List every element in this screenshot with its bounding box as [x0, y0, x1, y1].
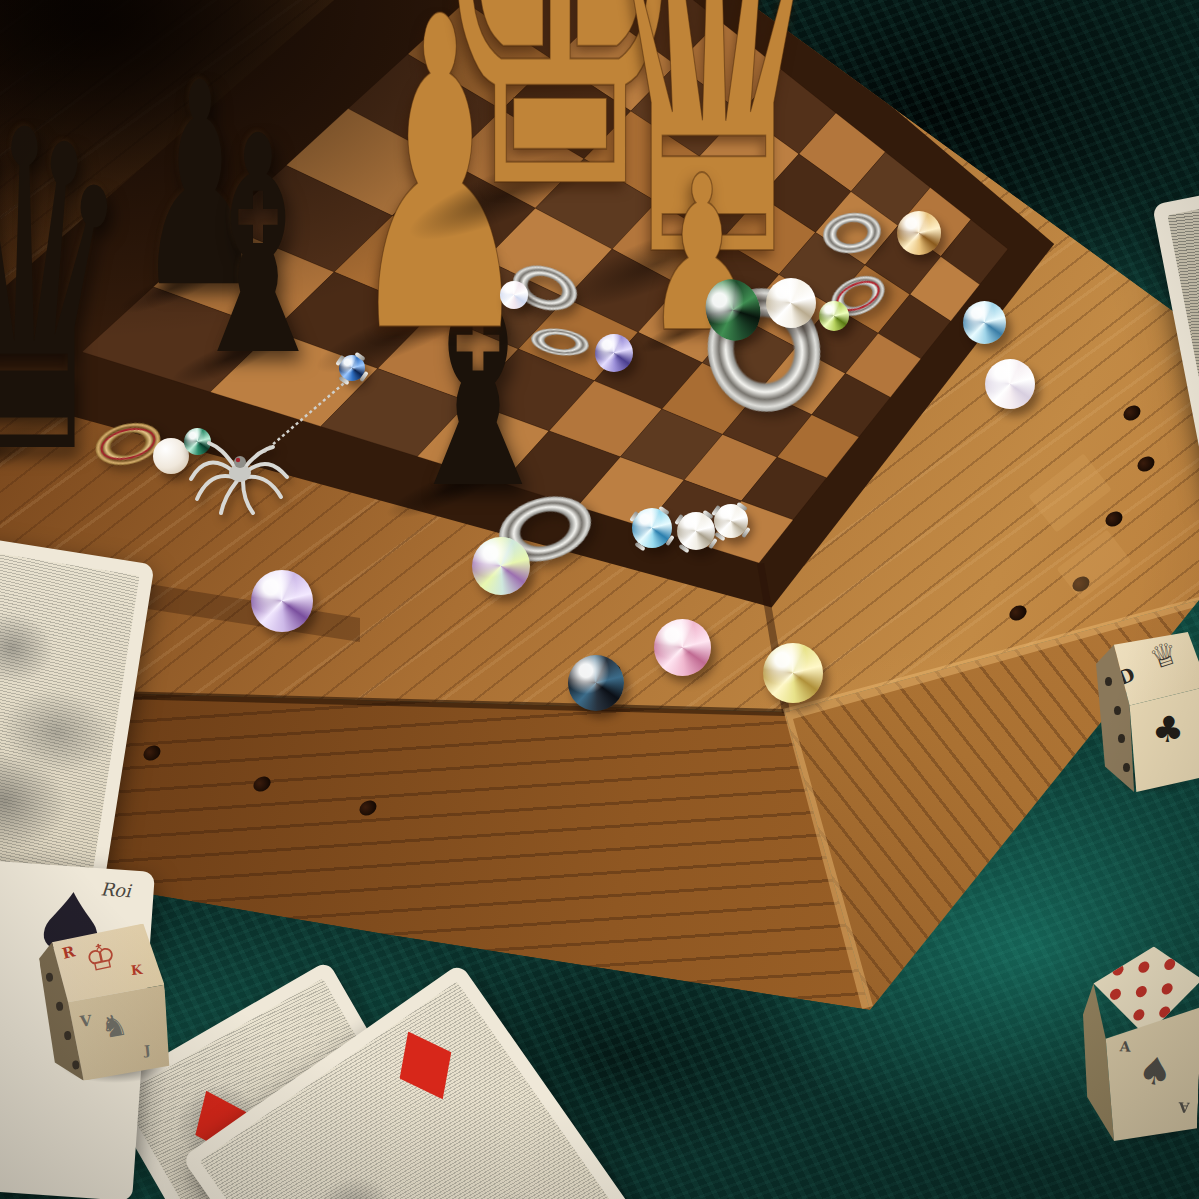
loose-gem-citrine-multi[interactable] — [763, 643, 823, 703]
loose-gem-white-opal[interactable] — [985, 359, 1035, 409]
spider-charm-icon[interactable] — [185, 429, 295, 519]
die-pip — [1138, 961, 1150, 973]
die-letter: A — [1179, 1100, 1190, 1114]
die-pip — [1114, 706, 1121, 715]
gem-champagne-citrine[interactable] — [897, 211, 941, 255]
die-pip — [1107, 1012, 1119, 1024]
die-pip — [1133, 1009, 1145, 1021]
gem-opal-cab[interactable] — [500, 281, 528, 309]
die-pip — [45, 972, 53, 982]
queen-figure-icon: ♕ — [1146, 636, 1182, 674]
die-pip — [1110, 988, 1122, 1000]
gem-peridot[interactable] — [819, 301, 849, 331]
loose-gem-violet-zircon[interactable] — [251, 570, 313, 632]
poker-die-nine-ace[interactable]: A ♠ A — [1079, 944, 1199, 1144]
jack-figure-icon: ♞ — [98, 1009, 130, 1043]
king-figure-icon: ♔ — [82, 937, 120, 978]
die-pip — [64, 1031, 72, 1041]
club-suit-icon: ♣ — [1151, 711, 1186, 749]
die-pip — [1105, 677, 1112, 686]
die-pip — [1164, 958, 1176, 970]
poker-die-queen-club[interactable]: D ♕ ♣ — [1096, 632, 1199, 792]
gem-mystic-topaz[interactable] — [472, 537, 530, 595]
gem-tanzanite[interactable] — [595, 334, 633, 372]
die-letter: V — [79, 1014, 92, 1030]
spade-suit-icon: ♠ — [1135, 1050, 1174, 1092]
die-pip — [1159, 1006, 1171, 1018]
gem-rock-crystal[interactable] — [766, 278, 816, 328]
die-pip — [56, 1001, 64, 1011]
die-letter: A — [1119, 1039, 1130, 1053]
die-letter: K — [130, 963, 143, 977]
die-pip — [72, 1060, 80, 1070]
loose-gem-aquamarine[interactable] — [963, 301, 1006, 344]
die-pip — [1123, 763, 1130, 772]
die-pip — [1136, 985, 1148, 997]
die-pip — [1161, 982, 1173, 994]
die-pip — [1112, 964, 1124, 976]
die-letter: R — [61, 944, 77, 962]
die-letter: J — [144, 1044, 151, 1058]
poker-die-king-jack[interactable]: R ♔ K V ♞ J — [36, 922, 173, 1084]
loose-gem-dark-sapphire[interactable] — [568, 655, 624, 711]
die-pip — [1118, 734, 1125, 743]
loose-gem-pink-sapphire[interactable] — [654, 619, 711, 676]
